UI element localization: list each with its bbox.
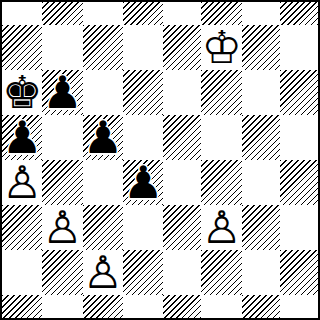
square-e3[interactable] [163, 205, 201, 250]
square-b8[interactable] [42, 2, 82, 25]
square-g1[interactable] [242, 295, 280, 318]
square-h1[interactable] [280, 295, 318, 318]
square-f5[interactable] [201, 115, 241, 160]
square-d6[interactable] [123, 70, 163, 115]
square-g6[interactable] [242, 70, 280, 115]
square-d5[interactable] [123, 115, 163, 160]
square-d7[interactable] [123, 25, 163, 70]
square-b5[interactable] [42, 115, 82, 160]
square-h4[interactable] [280, 160, 318, 205]
square-a6[interactable]: ♚ [2, 70, 42, 115]
square-c2[interactable]: ♙ [83, 250, 123, 295]
square-e4[interactable] [163, 160, 201, 205]
square-a4[interactable]: ♙ [2, 160, 42, 205]
square-d4[interactable]: ♟ [123, 160, 163, 205]
square-h5[interactable] [280, 115, 318, 160]
white-pawn-piece: ♙ [2, 160, 42, 205]
square-e6[interactable] [163, 70, 201, 115]
square-h7[interactable] [280, 25, 318, 70]
square-a2[interactable] [2, 250, 42, 295]
square-g3[interactable] [242, 205, 280, 250]
square-a3[interactable] [2, 205, 42, 250]
square-e7[interactable] [163, 25, 201, 70]
white-pawn-piece: ♙ [201, 205, 241, 250]
square-f4[interactable] [201, 160, 241, 205]
square-g2[interactable] [242, 250, 280, 295]
square-b4[interactable] [42, 160, 82, 205]
square-e1[interactable] [163, 295, 201, 318]
square-c6[interactable] [83, 70, 123, 115]
black-pawn-piece: ♟ [2, 115, 42, 160]
square-a7[interactable] [2, 25, 42, 70]
square-f1[interactable] [201, 295, 241, 318]
square-d2[interactable] [123, 250, 163, 295]
square-f7[interactable]: ♔ [201, 25, 241, 70]
white-pawn-piece: ♙ [83, 250, 123, 295]
chess-diagram: ♔♚♟♟♟♙♟♙♙♙ [0, 0, 320, 320]
square-c4[interactable] [83, 160, 123, 205]
square-e2[interactable] [163, 250, 201, 295]
chess-board: ♔♚♟♟♟♙♟♙♙♙ [0, 0, 320, 320]
white-pawn-piece: ♙ [42, 205, 82, 250]
square-g4[interactable] [242, 160, 280, 205]
square-h6[interactable] [280, 70, 318, 115]
square-a5[interactable]: ♟ [2, 115, 42, 160]
square-h3[interactable] [280, 205, 318, 250]
square-e5[interactable] [163, 115, 201, 160]
square-d1[interactable] [123, 295, 163, 318]
square-f3[interactable]: ♙ [201, 205, 241, 250]
square-b6[interactable]: ♟ [42, 70, 82, 115]
square-h2[interactable] [280, 250, 318, 295]
square-a1[interactable] [2, 295, 42, 318]
black-pawn-piece: ♟ [42, 70, 82, 115]
square-b3[interactable]: ♙ [42, 205, 82, 250]
black-king-piece: ♚ [2, 70, 42, 115]
square-c7[interactable] [83, 25, 123, 70]
square-b7[interactable] [42, 25, 82, 70]
square-g7[interactable] [242, 25, 280, 70]
square-e8[interactable] [163, 2, 201, 25]
square-a8[interactable] [2, 2, 42, 25]
square-c1[interactable] [83, 295, 123, 318]
square-f6[interactable] [201, 70, 241, 115]
square-b2[interactable] [42, 250, 82, 295]
square-c8[interactable] [83, 2, 123, 25]
black-pawn-piece: ♟ [83, 115, 123, 160]
square-c3[interactable] [83, 205, 123, 250]
square-c5[interactable]: ♟ [83, 115, 123, 160]
black-pawn-piece: ♟ [123, 160, 163, 205]
square-g5[interactable] [242, 115, 280, 160]
square-d3[interactable] [123, 205, 163, 250]
white-king-piece: ♔ [201, 25, 241, 70]
square-f2[interactable] [201, 250, 241, 295]
square-g8[interactable] [242, 2, 280, 25]
square-h8[interactable] [280, 2, 318, 25]
square-d8[interactable] [123, 2, 163, 25]
square-b1[interactable] [42, 295, 82, 318]
